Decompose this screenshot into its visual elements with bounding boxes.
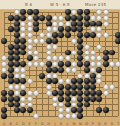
white-stone (96, 32, 102, 38)
black-stone (14, 44, 20, 50)
black-stone (96, 107, 102, 113)
black-stone (84, 96, 90, 102)
black-stone (71, 15, 77, 21)
white-stone (71, 38, 77, 44)
black-stone (8, 67, 14, 73)
white-stone (27, 44, 33, 50)
white-stone (27, 38, 33, 44)
black-stone (84, 15, 90, 21)
black-stone (52, 90, 58, 96)
white-stone (109, 61, 115, 67)
black-stone (39, 15, 45, 21)
white-stone (52, 15, 58, 21)
black-stone (20, 107, 26, 113)
column-label: H (47, 122, 50, 126)
white-stone (52, 96, 58, 102)
black-stone (20, 38, 26, 44)
black-stone (8, 26, 14, 32)
white-stone (103, 21, 109, 27)
black-stone (77, 96, 83, 102)
white-stone (33, 113, 39, 119)
black-stone (20, 90, 26, 96)
black-stone (8, 44, 14, 50)
go-board[interactable]: ABCDEFGHJKLMNOPQRST (0, 10, 120, 126)
black-stone (90, 96, 96, 102)
white-stone (20, 96, 26, 102)
white-stone (1, 67, 7, 73)
white-stone (71, 113, 77, 119)
black-stone (52, 67, 58, 73)
black-stone (84, 32, 90, 38)
black-stone (8, 15, 14, 21)
white-stone (103, 90, 109, 96)
white-stone (27, 90, 33, 96)
column-label: N (79, 122, 82, 126)
column-label: P (92, 122, 94, 126)
black-stone (58, 90, 64, 96)
black-stone (103, 107, 109, 113)
black-stone (77, 44, 83, 50)
black-stone (27, 107, 33, 113)
white-stone (20, 67, 26, 73)
black-stone (77, 90, 83, 96)
column-label: S (111, 122, 113, 126)
black-stone (90, 32, 96, 38)
column-label: B (9, 122, 11, 126)
black-stone (1, 73, 7, 79)
black-stone (1, 90, 7, 96)
black-stone (84, 21, 90, 27)
black-stone (46, 67, 52, 73)
white-stone (90, 67, 96, 73)
white-stone (103, 15, 109, 21)
white-stone (84, 44, 90, 50)
column-label: F (35, 122, 37, 126)
black-stone (52, 38, 58, 44)
black-stone (109, 50, 115, 56)
column-label: A (3, 122, 5, 126)
column-label: D (22, 122, 25, 126)
column-label: C (16, 122, 18, 126)
white-stone (39, 61, 45, 67)
white-stone (103, 32, 109, 38)
white-stone (65, 113, 71, 119)
white-stone (71, 67, 77, 73)
white-stone (96, 15, 102, 21)
white-stone (27, 96, 33, 102)
black-stone (65, 32, 71, 38)
black-stone (14, 107, 20, 113)
black-stone (84, 90, 90, 96)
white-stone (39, 38, 45, 44)
column-label: O (85, 122, 88, 126)
black-stone (8, 96, 14, 102)
white-capture-count: W 5 · 6.5 (50, 2, 70, 7)
white-stone (109, 84, 115, 90)
white-stone (65, 67, 71, 73)
black-stone (1, 113, 7, 119)
black-stone (14, 38, 20, 44)
white-stone (33, 61, 39, 67)
black-stone (65, 90, 71, 96)
black-stone (77, 113, 83, 119)
black-stone (1, 96, 7, 102)
black-stone (20, 50, 26, 56)
white-stone (46, 90, 52, 96)
white-stone (33, 38, 39, 44)
go-app-window: B 6 W 5 · 6.5 Move 235 ABCDEFGHJKLMNOPQR… (0, 0, 120, 126)
black-stone (96, 67, 102, 73)
black-stone (58, 32, 64, 38)
column-label: G (41, 122, 44, 126)
column-label: T (117, 122, 119, 126)
black-stone (33, 15, 39, 21)
white-stone (14, 90, 20, 96)
black-stone (1, 38, 7, 44)
white-stone (46, 44, 52, 50)
black-stone (84, 102, 90, 108)
white-stone (27, 15, 33, 21)
white-stone (96, 44, 102, 50)
black-stone (14, 15, 20, 21)
white-stone (115, 61, 120, 67)
black-stone (20, 15, 26, 21)
column-label: J (54, 122, 55, 126)
black-stone (96, 96, 102, 102)
white-stone (58, 113, 64, 119)
column-label: E (29, 122, 31, 126)
black-stone (65, 15, 71, 21)
black-stone (103, 61, 109, 67)
move-counter: Move 235 (85, 2, 106, 7)
white-stone (27, 78, 33, 84)
black-stone (77, 61, 83, 67)
black-stone (33, 26, 39, 32)
white-stone (90, 15, 96, 21)
black-stone (46, 15, 52, 21)
black-stone (14, 96, 20, 102)
black-stone (58, 67, 64, 73)
black-stone (71, 90, 77, 96)
white-stone (52, 102, 58, 108)
white-stone (27, 61, 33, 67)
white-stone (52, 44, 58, 50)
black-stone (71, 26, 77, 32)
column-label: K (60, 122, 62, 126)
column-label: R (104, 122, 106, 126)
black-stone (46, 38, 52, 44)
black-stone (52, 78, 58, 84)
black-stone (20, 44, 26, 50)
black-stone (65, 96, 71, 102)
black-stone (77, 15, 83, 21)
white-stone (96, 78, 102, 84)
white-stone (33, 90, 39, 96)
black-stone (77, 38, 83, 44)
black-stone (8, 102, 14, 108)
black-stone (8, 90, 14, 96)
black-stone (115, 38, 120, 44)
column-label: L (67, 122, 69, 126)
column-label: Q (98, 122, 101, 126)
black-stone (84, 67, 90, 73)
black-stone (58, 96, 64, 102)
black-stone (39, 73, 45, 79)
white-stone (71, 50, 77, 56)
white-stone (14, 67, 20, 73)
white-stone (58, 15, 64, 21)
black-stone (96, 90, 102, 96)
white-stone (71, 96, 77, 102)
black-stone (90, 90, 96, 96)
black-capture-count: B 6 (25, 2, 32, 7)
column-label: M (72, 122, 75, 126)
